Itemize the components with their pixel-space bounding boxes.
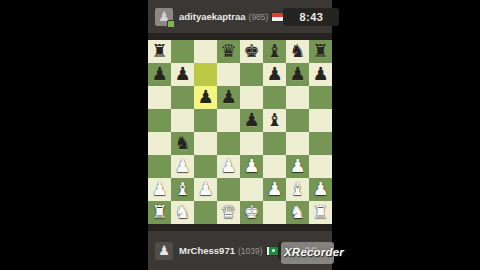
square-c3[interactable] [194,155,217,178]
top-player-clock: 8:43 [283,8,339,26]
square-e4[interactable] [240,132,263,155]
top-player-avatar[interactable]: ♟ [155,8,173,26]
square-b8[interactable] [171,40,194,63]
square-g1[interactable]: ♞ [286,201,309,224]
square-b1[interactable]: ♞ [171,201,194,224]
black-pawn-piece: ♟ [217,86,240,109]
black-bishop-piece: ♝ [263,40,286,63]
square-g4[interactable] [286,132,309,155]
square-a7[interactable]: ♟ [148,63,171,86]
square-c8[interactable] [194,40,217,63]
chess-board: ♜♛♚♝♞♜♟♟♟♟♟♟♟♟♝♞♟♟♟♟♟♝♟♟♝♟♜♞♛♚♞♜ [148,40,332,224]
white-pawn-piece: ♟ [240,155,263,178]
white-king-piece: ♚ [240,201,263,224]
square-c4[interactable] [194,132,217,155]
square-f1[interactable] [263,201,286,224]
square-h4[interactable] [309,132,332,155]
board-bottom-gap [148,224,332,231]
white-rook-piece: ♜ [148,201,171,224]
square-d1[interactable]: ♛ [217,201,240,224]
black-pawn-piece: ♟ [194,86,217,109]
square-h3[interactable] [309,155,332,178]
square-f8[interactable]: ♝ [263,40,286,63]
top-player-name: adityaekaptraa [179,11,246,22]
square-e1[interactable]: ♚ [240,201,263,224]
white-knight-piece: ♞ [286,201,309,224]
white-pawn-piece: ♟ [217,155,240,178]
black-pawn-piece: ♟ [263,63,286,86]
white-knight-piece: ♞ [171,201,194,224]
square-e8[interactable]: ♚ [240,40,263,63]
square-e6[interactable] [240,86,263,109]
square-g3[interactable]: ♟ [286,155,309,178]
white-bishop-piece: ♝ [286,178,309,201]
square-d3[interactable]: ♟ [217,155,240,178]
top-player-bar[interactable]: ♟ adityaekaptraa (985) 8:43 [148,0,332,33]
bottom-player-rating: (1039) [238,246,263,256]
square-g6[interactable] [286,86,309,109]
square-c1[interactable] [194,201,217,224]
white-pawn-piece: ♟ [148,178,171,201]
square-b3[interactable]: ♟ [171,155,194,178]
chess-app: ♟ adityaekaptraa (985) 8:43 ♜♛♚♝♞♜♟♟♟♟♟♟… [148,0,332,270]
square-d7[interactable] [217,63,240,86]
square-e7[interactable] [240,63,263,86]
black-bishop-piece: ♝ [263,109,286,132]
square-f3[interactable] [263,155,286,178]
square-f6[interactable] [263,86,286,109]
square-a8[interactable]: ♜ [148,40,171,63]
watermark-label: XRecorder [284,246,344,258]
square-c7[interactable] [194,63,217,86]
black-pawn-piece: ♟ [171,63,194,86]
square-b7[interactable]: ♟ [171,63,194,86]
square-f7[interactable]: ♟ [263,63,286,86]
black-knight-piece: ♞ [286,40,309,63]
screen: ♟ adityaekaptraa (985) 8:43 ♜♛♚♝♞♜♟♟♟♟♟♟… [0,0,480,270]
white-pawn-piece: ♟ [171,155,194,178]
bottom-player-avatar[interactable]: ♟ [155,242,173,260]
white-pawn-piece: ♟ [263,178,286,201]
black-rook-piece: ♜ [148,40,171,63]
square-a4[interactable] [148,132,171,155]
chess-piece-avatar-icon: ♟ [158,242,170,260]
square-h2[interactable]: ♟ [309,178,332,201]
black-pawn-piece: ♟ [240,109,263,132]
bottom-player-name: MrChess971 [179,245,235,256]
square-d2[interactable] [217,178,240,201]
square-d5[interactable] [217,109,240,132]
square-e5[interactable]: ♟ [240,109,263,132]
square-c6[interactable]: ♟ [194,86,217,109]
black-pawn-piece: ♟ [286,63,309,86]
square-g5[interactable] [286,109,309,132]
square-c2[interactable]: ♟ [194,178,217,201]
square-h6[interactable] [309,86,332,109]
square-f5[interactable]: ♝ [263,109,286,132]
square-g2[interactable]: ♝ [286,178,309,201]
indonesia-flag-icon [272,13,283,21]
black-rook-piece: ♜ [309,40,332,63]
square-b6[interactable] [171,86,194,109]
square-e2[interactable] [240,178,263,201]
white-bishop-piece: ♝ [171,178,194,201]
square-g7[interactable]: ♟ [286,63,309,86]
square-d6[interactable]: ♟ [217,86,240,109]
white-pawn-piece: ♟ [286,155,309,178]
square-d4[interactable] [217,132,240,155]
square-h7[interactable]: ♟ [309,63,332,86]
square-c5[interactable] [194,109,217,132]
square-a1[interactable]: ♜ [148,201,171,224]
online-indicator-icon [167,20,175,28]
square-a2[interactable]: ♟ [148,178,171,201]
square-d8[interactable]: ♛ [217,40,240,63]
black-knight-piece: ♞ [171,132,194,155]
white-pawn-piece: ♟ [309,178,332,201]
board-top-gap [148,33,332,40]
square-e3[interactable]: ♟ [240,155,263,178]
square-h1[interactable]: ♜ [309,201,332,224]
square-h5[interactable] [309,109,332,132]
square-b2[interactable]: ♝ [171,178,194,201]
square-a3[interactable] [148,155,171,178]
top-player-rating: (985) [249,12,269,22]
black-pawn-piece: ♟ [309,63,332,86]
white-queen-piece: ♛ [217,201,240,224]
square-a5[interactable] [148,109,171,132]
white-rook-piece: ♜ [309,201,332,224]
black-king-piece: ♚ [240,40,263,63]
square-b4[interactable]: ♞ [171,132,194,155]
black-queen-piece: ♛ [217,40,240,63]
square-f4[interactable] [263,132,286,155]
square-a6[interactable] [148,86,171,109]
square-h8[interactable]: ♜ [309,40,332,63]
pakistan-flag-icon [267,247,278,255]
letterbox-left [0,0,148,270]
letterbox-right [332,0,480,270]
square-f2[interactable]: ♟ [263,178,286,201]
square-g8[interactable]: ♞ [286,40,309,63]
white-pawn-piece: ♟ [194,178,217,201]
black-pawn-piece: ♟ [148,63,171,86]
square-b5[interactable] [171,109,194,132]
